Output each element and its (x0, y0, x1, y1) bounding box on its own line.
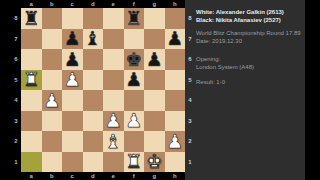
piece-black-king[interactable]: ♚ (125, 49, 142, 68)
square-d6[interactable] (83, 49, 104, 70)
piece-black-rook[interactable]: ♜ (125, 8, 142, 27)
rank-label-2: 2 (185, 131, 195, 152)
white-player-line: White: Alexander Galkin (2613) (196, 9, 301, 17)
file-label-h: h (165, 172, 186, 180)
rank-label-4: 4 (11, 90, 21, 111)
file-label-d: d (83, 0, 104, 8)
square-a7[interactable] (21, 29, 42, 50)
square-e1[interactable] (103, 152, 124, 173)
square-d8[interactable] (83, 8, 104, 29)
file-label-c: c (62, 172, 83, 180)
square-g2[interactable] (144, 131, 165, 152)
square-b1[interactable] (42, 152, 63, 173)
square-b8[interactable] (42, 8, 63, 29)
date-line: Date: 2019.12.30 (196, 38, 301, 46)
square-h1[interactable] (165, 152, 186, 173)
file-label-h: h (165, 0, 186, 8)
square-b5[interactable] (42, 70, 63, 91)
file-label-b: b (42, 0, 63, 8)
square-a6[interactable] (21, 49, 42, 70)
piece-white-pawn[interactable]: ♟ (105, 111, 122, 130)
file-label-e: e (103, 0, 124, 8)
square-f6[interactable]: ♚ (124, 49, 145, 70)
square-c6[interactable]: ♟ (62, 49, 83, 70)
square-a8[interactable]: ♜ (21, 8, 42, 29)
rank-label-5: 5 (11, 70, 21, 91)
square-b7[interactable] (42, 29, 63, 50)
square-b2[interactable] (42, 131, 63, 152)
rank-label-3: 3 (185, 111, 195, 132)
square-g4[interactable] (144, 90, 165, 111)
square-f5[interactable]: ♟ (124, 70, 145, 91)
square-a4[interactable] (21, 90, 42, 111)
square-d5[interactable] (83, 70, 104, 91)
rank-label-6: 6 (11, 49, 21, 70)
square-c8[interactable] (62, 8, 83, 29)
piece-white-rook[interactable]: ♜ (125, 152, 142, 171)
square-f1[interactable]: ♜ (124, 152, 145, 173)
piece-black-pawn[interactable]: ♟ (146, 49, 163, 68)
square-e6[interactable] (103, 49, 124, 70)
event-line: World Blitz Championship Round 17.89 (196, 30, 301, 38)
square-c3[interactable] (62, 111, 83, 132)
piece-white-king[interactable]: ♚ (146, 152, 163, 171)
piece-white-pawn[interactable]: ♟ (64, 70, 81, 89)
square-a3[interactable] (21, 111, 42, 132)
file-labels-top: abcdefgh (21, 0, 185, 8)
opening-value: London System (A48) (196, 64, 301, 72)
square-f3[interactable]: ♟ (124, 111, 145, 132)
square-h8[interactable] (165, 8, 186, 29)
square-d1[interactable] (83, 152, 104, 173)
file-label-g: g (144, 172, 165, 180)
square-c5[interactable]: ♟ (62, 70, 83, 91)
square-b4[interactable]: ♟ (42, 90, 63, 111)
video-frame: abcdefgh abcdefgh 87654321 White: Alexan… (0, 0, 320, 180)
square-c1[interactable] (62, 152, 83, 173)
rank-label-1: 1 (185, 152, 195, 173)
black-player-line: Black: Nikita Afanasiev (2527) (196, 17, 301, 25)
rank-label-7: 7 (185, 29, 195, 50)
square-h2[interactable]: ♟ (165, 131, 186, 152)
square-b3[interactable] (42, 111, 63, 132)
piece-white-bishop[interactable]: ♝ (105, 131, 122, 150)
rank-label-3: 3 (11, 111, 21, 132)
square-h6[interactable] (165, 49, 186, 70)
square-a2[interactable] (21, 131, 42, 152)
square-g5[interactable] (144, 70, 165, 91)
square-g6[interactable]: ♟ (144, 49, 165, 70)
info-panel: White: Alexander Galkin (2613) Black: Ni… (185, 0, 305, 180)
piece-black-pawn[interactable]: ♟ (64, 29, 81, 48)
rank-label-6: 6 (185, 49, 195, 70)
piece-black-rook[interactable]: ♜ (23, 8, 40, 27)
file-label-f: f (124, 172, 145, 180)
piece-black-bishop[interactable]: ♝ (84, 29, 101, 48)
square-a1[interactable] (21, 152, 42, 173)
square-f7[interactable] (124, 29, 145, 50)
square-c4[interactable] (62, 90, 83, 111)
piece-white-rook[interactable]: ♜ (23, 70, 40, 89)
square-e3[interactable]: ♟ (103, 111, 124, 132)
square-g1[interactable]: ♚ (144, 152, 165, 173)
rank-labels-right: 87654321 (185, 8, 195, 172)
rank-label-8: 8 (11, 8, 21, 29)
piece-black-pawn[interactable]: ♟ (166, 29, 183, 48)
square-c2[interactable] (62, 131, 83, 152)
square-e5[interactable] (103, 70, 124, 91)
square-a5[interactable]: ♜ (21, 70, 42, 91)
square-f8[interactable]: ♜ (124, 8, 145, 29)
square-d2[interactable] (83, 131, 104, 152)
file-label-g: g (144, 0, 165, 8)
piece-black-pawn[interactable]: ♟ (125, 70, 142, 89)
chess-board[interactable]: ♜♜♟♝♟♟♚♟♜♟♟♟♟♟♝♟♜♚ (21, 8, 185, 172)
square-e4[interactable] (103, 90, 124, 111)
rank-label-2: 2 (11, 131, 21, 152)
square-h3[interactable] (165, 111, 186, 132)
file-label-a: a (21, 172, 42, 180)
square-e2[interactable]: ♝ (103, 131, 124, 152)
square-d3[interactable] (83, 111, 104, 132)
opening-label: Opening: (196, 56, 301, 64)
rank-label-8: 8 (185, 8, 195, 29)
square-c7[interactable]: ♟ (62, 29, 83, 50)
square-h5[interactable] (165, 70, 186, 91)
square-g7[interactable] (144, 29, 165, 50)
piece-black-pawn[interactable]: ♟ (64, 49, 81, 68)
file-label-d: d (83, 172, 104, 180)
square-e7[interactable] (103, 29, 124, 50)
square-e8[interactable] (103, 8, 124, 29)
rank-label-7: 7 (11, 29, 21, 50)
piece-white-pawn[interactable]: ♟ (166, 131, 183, 150)
square-h4[interactable] (165, 90, 186, 111)
square-g3[interactable] (144, 111, 165, 132)
piece-white-pawn[interactable]: ♟ (43, 90, 60, 109)
rank-label-1: 1 (11, 152, 21, 173)
rank-label-4: 4 (185, 90, 195, 111)
file-label-c: c (62, 0, 83, 8)
file-label-e: e (103, 172, 124, 180)
piece-white-pawn[interactable]: ♟ (125, 111, 142, 130)
rank-labels-left: 87654321 (11, 8, 21, 172)
square-f4[interactable] (124, 90, 145, 111)
square-d7[interactable]: ♝ (83, 29, 104, 50)
square-d4[interactable] (83, 90, 104, 111)
square-g8[interactable] (144, 8, 165, 29)
square-f2[interactable] (124, 131, 145, 152)
square-b6[interactable] (42, 49, 63, 70)
square-h7[interactable]: ♟ (165, 29, 186, 50)
file-labels-bottom: abcdefgh (21, 172, 185, 180)
file-label-b: b (42, 172, 63, 180)
result-line: Result: 1-0 (196, 79, 301, 87)
rank-label-5: 5 (185, 70, 195, 91)
